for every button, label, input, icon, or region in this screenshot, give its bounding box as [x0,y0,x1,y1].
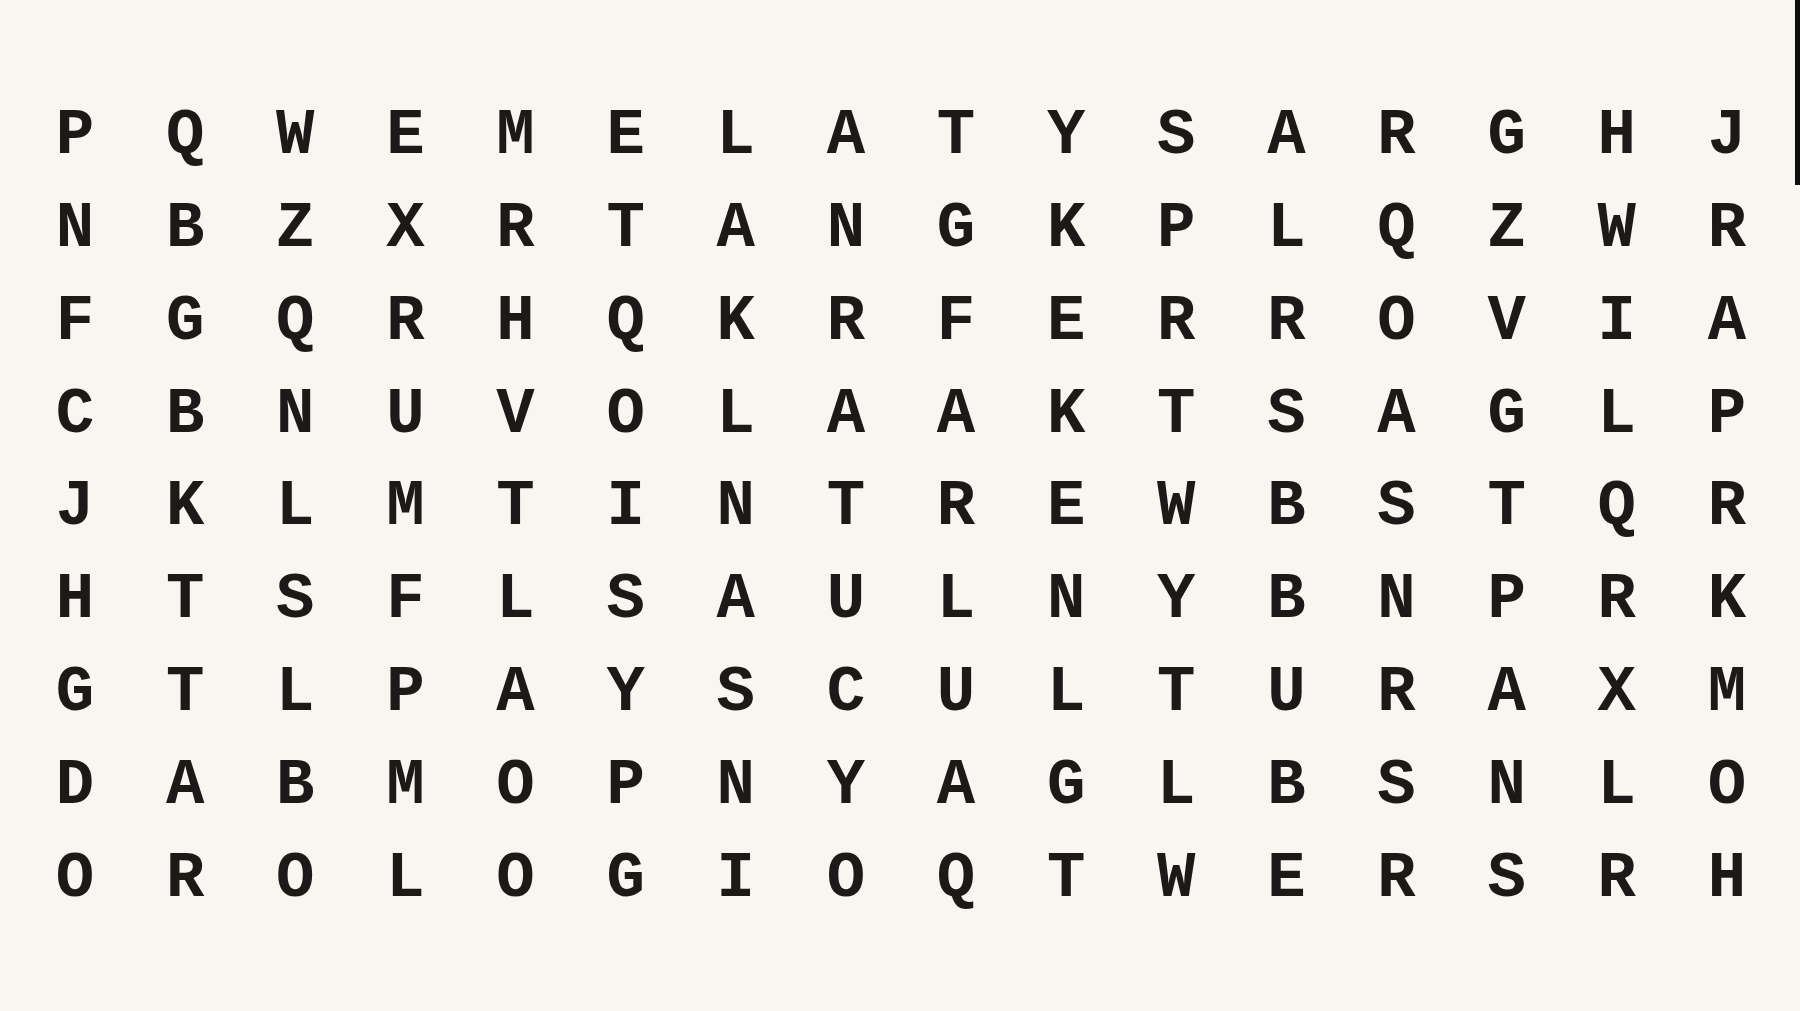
grid-cell-r8c2[interactable]: A [130,739,240,832]
grid-cell-r9c16[interactable]: H [1672,832,1782,925]
scrollbar-thumb[interactable] [1795,0,1800,185]
grid-cell-r7c16[interactable]: M [1672,647,1782,740]
grid-cell-r1c10[interactable]: Y [1011,90,1121,183]
grid-cell-r4c16[interactable]: P [1672,368,1782,461]
grid-cell-r4c15[interactable]: L [1562,368,1672,461]
grid-cell-r1c11[interactable]: S [1121,90,1231,183]
grid-cell-r5c3[interactable]: L [240,461,350,554]
grid-cell-r3c8[interactable]: R [791,276,901,369]
grid-cell-r9c7[interactable]: I [681,832,791,925]
grid-cell-r9c8[interactable]: O [791,832,901,925]
grid-cell-r9c3[interactable]: O [240,832,350,925]
grid-cell-r8c4[interactable]: M [350,739,460,832]
grid-cell-r4c1[interactable]: C [20,368,130,461]
grid-cell-r5c15[interactable]: Q [1562,461,1672,554]
grid-cell-r7c14[interactable]: A [1452,647,1562,740]
grid-cell-r1c6[interactable]: E [571,90,681,183]
grid-cell-r3c9[interactable]: F [901,276,1011,369]
grid-cell-r3c14[interactable]: V [1452,276,1562,369]
grid-cell-r6c8[interactable]: U [791,554,901,647]
grid-cell-r3c7[interactable]: K [681,276,791,369]
grid-cell-r2c16[interactable]: R [1672,183,1782,276]
grid-cell-r6c15[interactable]: R [1562,554,1672,647]
grid-cell-r2c1[interactable]: N [20,183,130,276]
grid-cell-r1c7[interactable]: L [681,90,791,183]
grid-cell-r1c2[interactable]: Q [130,90,240,183]
grid-cell-r1c13[interactable]: R [1342,90,1452,183]
grid-cell-r5c16[interactable]: R [1672,461,1782,554]
grid-cell-r8c7[interactable]: N [681,739,791,832]
grid-cell-r1c14[interactable]: G [1452,90,1562,183]
grid-cell-r5c2[interactable]: K [130,461,240,554]
grid-cell-r6c10[interactable]: N [1011,554,1121,647]
grid-cell-r1c15[interactable]: H [1562,90,1672,183]
grid-cell-r3c12[interactable]: R [1231,276,1341,369]
grid-cell-r4c5[interactable]: V [461,368,571,461]
grid-cell-r8c11[interactable]: L [1121,739,1231,832]
grid-cell-r6c13[interactable]: N [1342,554,1452,647]
grid-cell-r9c9[interactable]: Q [901,832,1011,925]
grid-cell-r9c6[interactable]: G [571,832,681,925]
grid-cell-r7c15[interactable]: X [1562,647,1672,740]
grid-cell-r4c9[interactable]: A [901,368,1011,461]
grid-cell-r5c7[interactable]: N [681,461,791,554]
grid-cell-r3c11[interactable]: R [1121,276,1231,369]
grid-cell-r3c6[interactable]: Q [571,276,681,369]
grid-cell-r7c5[interactable]: A [461,647,571,740]
grid-cell-r8c10[interactable]: G [1011,739,1121,832]
grid-cell-r1c9[interactable]: T [901,90,1011,183]
grid-cell-r2c7[interactable]: A [681,183,791,276]
grid-cell-r2c9[interactable]: G [901,183,1011,276]
grid-cell-r7c2[interactable]: T [130,647,240,740]
grid-cell-r3c3[interactable]: Q [240,276,350,369]
grid-cell-r7c7[interactable]: S [681,647,791,740]
grid-cell-r3c16[interactable]: A [1672,276,1782,369]
grid-cell-r7c9[interactable]: U [901,647,1011,740]
grid-cell-r7c1[interactable]: G [20,647,130,740]
grid-cell-r3c1[interactable]: F [20,276,130,369]
grid-cell-r4c7[interactable]: L [681,368,791,461]
grid-cell-r6c1[interactable]: H [20,554,130,647]
grid-cell-r4c8[interactable]: A [791,368,901,461]
grid-cell-r6c4[interactable]: F [350,554,460,647]
grid-cell-r7c3[interactable]: L [240,647,350,740]
grid-cell-r8c15[interactable]: L [1562,739,1672,832]
grid-cell-r3c15[interactable]: I [1562,276,1672,369]
grid-cell-r2c10[interactable]: K [1011,183,1121,276]
grid-cell-r2c15[interactable]: W [1562,183,1672,276]
grid-cell-r5c8[interactable]: T [791,461,901,554]
grid-cell-r5c12[interactable]: B [1231,461,1341,554]
grid-cell-r6c9[interactable]: L [901,554,1011,647]
grid-cell-r2c11[interactable]: P [1121,183,1231,276]
grid-cell-r9c2[interactable]: R [130,832,240,925]
grid-cell-r9c14[interactable]: S [1452,832,1562,925]
grid-cell-r4c3[interactable]: N [240,368,350,461]
grid-cell-r2c14[interactable]: Z [1452,183,1562,276]
grid-cell-r5c9[interactable]: R [901,461,1011,554]
grid-cell-r8c8[interactable]: Y [791,739,901,832]
grid-cell-r2c3[interactable]: Z [240,183,350,276]
grid-cell-r4c4[interactable]: U [350,368,460,461]
grid-cell-r4c2[interactable]: B [130,368,240,461]
grid-cell-r5c14[interactable]: T [1452,461,1562,554]
grid-cell-r4c13[interactable]: A [1342,368,1452,461]
grid-cell-r7c12[interactable]: U [1231,647,1341,740]
grid-cell-r9c15[interactable]: R [1562,832,1672,925]
grid-cell-r9c13[interactable]: R [1342,832,1452,925]
grid-cell-r8c1[interactable]: D [20,739,130,832]
grid-cell-r1c12[interactable]: A [1231,90,1341,183]
grid-cell-r1c3[interactable]: W [240,90,350,183]
grid-cell-r6c11[interactable]: Y [1121,554,1231,647]
grid-cell-r5c11[interactable]: W [1121,461,1231,554]
grid-cell-r9c11[interactable]: W [1121,832,1231,925]
grid-cell-r3c4[interactable]: R [350,276,460,369]
grid-cell-r2c13[interactable]: Q [1342,183,1452,276]
grid-cell-r9c4[interactable]: L [350,832,460,925]
grid-cell-r3c5[interactable]: H [461,276,571,369]
grid-cell-r6c5[interactable]: L [461,554,571,647]
grid-cell-r7c4[interactable]: P [350,647,460,740]
grid-cell-r8c6[interactable]: P [571,739,681,832]
grid-cell-r8c13[interactable]: S [1342,739,1452,832]
grid-cell-r9c10[interactable]: T [1011,832,1121,925]
grid-cell-r8c5[interactable]: O [461,739,571,832]
grid-cell-r4c11[interactable]: T [1121,368,1231,461]
grid-cell-r5c4[interactable]: M [350,461,460,554]
word-search-grid: PQWEMELATYSARGHJNBZXRTANGKPLQZWRFGQRHQKR… [20,90,1782,925]
grid-cell-r3c10[interactable]: E [1011,276,1121,369]
grid-cell-r3c2[interactable]: G [130,276,240,369]
grid-cell-r6c16[interactable]: K [1672,554,1782,647]
grid-cell-r8c9[interactable]: A [901,739,1011,832]
grid-cell-r6c7[interactable]: A [681,554,791,647]
grid-cell-r8c12[interactable]: B [1231,739,1341,832]
grid-cell-r2c6[interactable]: T [571,183,681,276]
grid-cell-r5c1[interactable]: J [20,461,130,554]
grid-cell-r9c5[interactable]: O [461,832,571,925]
grid-cell-r2c5[interactable]: R [461,183,571,276]
grid-cell-r2c4[interactable]: X [350,183,460,276]
grid-cell-r2c2[interactable]: B [130,183,240,276]
grid-cell-r6c6[interactable]: S [571,554,681,647]
grid-cell-r6c14[interactable]: P [1452,554,1562,647]
grid-cell-r4c14[interactable]: G [1452,368,1562,461]
grid-cell-r4c6[interactable]: O [571,368,681,461]
grid-cell-r1c5[interactable]: M [461,90,571,183]
grid-cell-r7c10[interactable]: L [1011,647,1121,740]
grid-cell-r2c8[interactable]: N [791,183,901,276]
grid-cell-r4c12[interactable]: S [1231,368,1341,461]
grid-cell-r1c8[interactable]: A [791,90,901,183]
grid-cell-r8c14[interactable]: N [1452,739,1562,832]
grid-cell-r4c10[interactable]: K [1011,368,1121,461]
grid-cell-r1c16[interactable]: J [1672,90,1782,183]
grid-cell-r7c11[interactable]: T [1121,647,1231,740]
grid-cell-r7c6[interactable]: Y [571,647,681,740]
grid-cell-r8c16[interactable]: O [1672,739,1782,832]
grid-cell-r8c3[interactable]: B [240,739,350,832]
grid-cell-r6c12[interactable]: B [1231,554,1341,647]
grid-cell-r9c1[interactable]: O [20,832,130,925]
grid-cell-r6c2[interactable]: T [130,554,240,647]
grid-cell-r6c3[interactable]: S [240,554,350,647]
grid-cell-r5c13[interactable]: S [1342,461,1452,554]
grid-cell-r5c6[interactable]: I [571,461,681,554]
grid-cell-r2c12[interactable]: L [1231,183,1341,276]
grid-cell-r1c4[interactable]: E [350,90,460,183]
grid-cell-r7c13[interactable]: R [1342,647,1452,740]
grid-cell-r5c5[interactable]: T [461,461,571,554]
grid-cell-r7c8[interactable]: C [791,647,901,740]
grid-cell-r5c10[interactable]: E [1011,461,1121,554]
grid-cell-r9c12[interactable]: E [1231,832,1341,925]
grid-cell-r1c1[interactable]: P [20,90,130,183]
grid-cell-r3c13[interactable]: O [1342,276,1452,369]
